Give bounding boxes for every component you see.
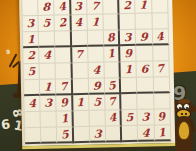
sudoku-cell[interactable]: 1 [121, 62, 138, 78]
sudoku-cell[interactable]: 1 [104, 46, 121, 62]
sudoku-cell[interactable] [154, 93, 171, 109]
given-digit: 3 [93, 128, 101, 139]
given-digit: 1 [91, 17, 99, 28]
monkey-belly [178, 121, 190, 140]
sudoku-cell[interactable] [71, 31, 88, 47]
sudoku-cell[interactable] [40, 64, 57, 80]
sudoku-cell[interactable]: 1 [154, 125, 171, 141]
given-digit: 5 [42, 18, 50, 29]
sudoku-cell[interactable]: 2 [55, 15, 72, 31]
given-digit: 5 [125, 112, 133, 123]
sudoku-cell[interactable]: 3 [71, 0, 88, 15]
sudoku-cell[interactable]: 7 [87, 0, 104, 15]
given-digit: 7 [91, 1, 99, 12]
sudoku-cell[interactable]: 1 [23, 32, 40, 48]
given-digit: 1 [76, 97, 84, 108]
given-digit: 2 [58, 17, 67, 29]
given-digit: 1 [44, 81, 52, 92]
sudoku-cell[interactable]: 4 [105, 110, 122, 126]
given-digit: 5 [60, 128, 69, 140]
sudoku-cell[interactable] [121, 78, 138, 94]
given-digit: 3 [44, 98, 52, 109]
given-digit: 1 [158, 126, 167, 138]
sudoku-cell[interactable]: 1 [73, 95, 90, 111]
given-digit: 7 [59, 80, 68, 92]
given-digit: 4 [57, 1, 66, 13]
given-digit: 8 [107, 31, 116, 43]
given-digit: 9 [124, 48, 132, 59]
sudoku-cell[interactable] [41, 128, 58, 144]
sudoku-cell[interactable] [152, 0, 169, 14]
given-digit: 3 [74, 1, 82, 12]
sudoku-cell[interactable] [153, 77, 170, 93]
given-digit: 9 [140, 31, 148, 42]
sudoku-cell[interactable]: 4 [152, 29, 169, 45]
given-digit: 5 [108, 79, 117, 91]
sudoku-cell[interactable] [120, 14, 137, 30]
given-digit: 4 [156, 30, 165, 42]
given-digit: 6 [140, 63, 148, 74]
given-digit: 9 [92, 80, 100, 91]
sudoku-cell[interactable] [152, 13, 169, 29]
sudoku-cell[interactable]: 7 [56, 79, 73, 95]
sudoku-cell[interactable]: 1 [57, 111, 74, 127]
given-digit: 4 [108, 112, 117, 124]
sudoku-cell[interactable]: 5 [39, 16, 56, 32]
sudoku-cell[interactable] [104, 62, 121, 78]
sudoku-cell[interactable] [88, 47, 105, 63]
sudoku-cell[interactable] [56, 63, 73, 79]
tree-digit: 9 [6, 49, 10, 55]
sudoku-cell[interactable]: 8 [104, 30, 121, 46]
sudoku-cell[interactable]: 8 [38, 0, 55, 16]
given-digit: 7 [75, 49, 83, 60]
sudoku-cell[interactable]: 1 [135, 0, 152, 14]
sudoku-cell[interactable]: 4 [71, 15, 88, 31]
sudoku-cell[interactable]: 3 [90, 126, 107, 142]
sudoku-cell[interactable] [137, 77, 154, 93]
given-digit: 4 [43, 50, 51, 61]
sudoku-cell[interactable] [22, 0, 39, 16]
sudoku-cell[interactable]: 3 [40, 96, 57, 112]
sudoku-cell[interactable] [55, 31, 72, 47]
sudoku-cell[interactable]: 9 [57, 95, 74, 111]
sudoku-cell[interactable]: 9 [89, 79, 106, 95]
sudoku-cell[interactable]: 5 [105, 78, 122, 94]
sudoku-cell[interactable] [56, 47, 73, 63]
sudoku-grid: 8437213524118394247195416717954391571453… [21, 0, 171, 144]
sudoku-cell[interactable]: 4 [39, 48, 56, 64]
sudoku-cell[interactable] [137, 93, 154, 109]
sudoku-cell[interactable] [89, 110, 106, 126]
sudoku-cell[interactable] [39, 32, 56, 48]
sudoku-cell[interactable] [72, 63, 89, 79]
given-digit: 9 [59, 97, 68, 109]
given-digit: 2 [27, 50, 35, 61]
sudoku-cell[interactable] [121, 94, 138, 110]
given-digit: 3 [26, 18, 34, 29]
sudoku-cell[interactable] [24, 80, 41, 96]
given-digit: 4 [75, 17, 83, 28]
sudoku-cell[interactable]: 6 [137, 61, 154, 77]
given-digit: 5 [93, 96, 101, 107]
sudoku-cell[interactable]: 3 [138, 109, 155, 125]
sudoku-cell[interactable]: 1 [87, 15, 104, 31]
sudoku-cell[interactable] [136, 14, 153, 30]
sudoku-cell[interactable]: 5 [122, 110, 139, 126]
given-digit: 5 [27, 66, 35, 77]
given-digit: 4 [142, 127, 150, 138]
sudoku-cell[interactable] [25, 128, 42, 144]
sudoku-cell[interactable] [136, 45, 153, 61]
sudoku-cell[interactable] [73, 127, 90, 143]
sudoku-cell[interactable] [88, 31, 105, 47]
given-digit: 1 [27, 33, 35, 44]
sudoku-cell[interactable]: 4 [88, 63, 105, 79]
sudoku-cell[interactable] [106, 126, 123, 142]
given-digit: 1 [139, 0, 147, 11]
given-digit: 4 [92, 65, 100, 76]
sudoku-cell[interactable] [122, 126, 139, 142]
sudoku-cell[interactable]: 2 [119, 0, 136, 14]
sudoku-cell[interactable]: 7 [105, 94, 122, 110]
sudoku-cell[interactable] [153, 45, 170, 61]
given-digit: 2 [123, 0, 131, 11]
given-digit: 3 [141, 111, 149, 122]
sudoku-cell[interactable] [103, 14, 120, 30]
sudoku-cell[interactable]: 7 [72, 47, 89, 63]
sudoku-cell[interactable]: 5 [89, 95, 106, 111]
sudoku-cell[interactable]: 2 [23, 48, 40, 64]
sudoku-cell[interactable]: 3 [23, 16, 40, 32]
sudoku-cell[interactable] [73, 111, 90, 127]
sudoku-cell[interactable]: 4 [24, 96, 41, 112]
given-digit: 7 [108, 96, 117, 108]
sudoku-cell[interactable]: 9 [120, 46, 137, 62]
sudoku-cell[interactable]: 3 [120, 30, 137, 46]
sudoku-cell[interactable]: 7 [153, 61, 170, 77]
sudoku-cell[interactable] [25, 112, 42, 128]
sudoku-cell[interactable]: 4 [138, 125, 155, 141]
sudoku-cell[interactable]: 4 [55, 0, 72, 16]
sudoku-cell[interactable]: 9 [136, 29, 153, 45]
given-digit: 1 [60, 113, 69, 125]
sudoku-cell[interactable] [103, 0, 120, 15]
given-digit: 3 [124, 31, 132, 42]
given-digit: 4 [28, 98, 36, 109]
sudoku-cell[interactable]: 5 [57, 127, 74, 143]
scattered-digit-6: 6 [0, 117, 11, 131]
given-digit: 8 [42, 2, 50, 13]
sudoku-cell[interactable] [72, 79, 89, 95]
given-digit: 7 [156, 63, 165, 75]
sudoku-game-screen: 9 3 8 6 1 9 8437213524118394247195416717… [0, 0, 196, 151]
sudoku-cell[interactable]: 1 [40, 80, 57, 96]
sudoku-cell[interactable] [41, 112, 58, 128]
sudoku-cell[interactable]: 5 [24, 64, 41, 80]
sudoku-paper: 8437213524118394247195416717954391571453… [19, 0, 175, 149]
given-digit: 1 [107, 48, 116, 60]
given-digit: 1 [124, 64, 132, 75]
sudoku-cell[interactable]: 9 [154, 109, 171, 125]
given-digit: 9 [157, 111, 166, 123]
